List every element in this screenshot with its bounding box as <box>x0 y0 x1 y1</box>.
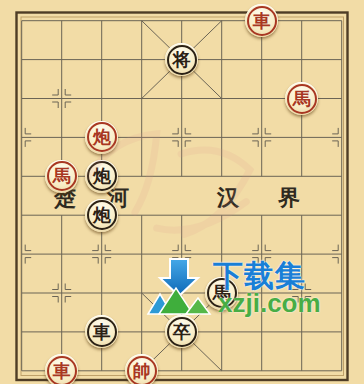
piece-glyph: 車 <box>53 361 71 379</box>
piece-ring: 炮 <box>87 200 117 230</box>
piece-red-horse[interactable]: 馬 <box>45 160 78 193</box>
piece-glyph: 帥 <box>133 361 151 379</box>
river-char-jie: 界 <box>277 185 301 209</box>
piece-glyph: 馬 <box>293 89 311 107</box>
piece-glyph: 馬 <box>53 167 71 185</box>
piece-glyph: 車 <box>253 11 271 29</box>
piece-ring: 車 <box>87 317 117 347</box>
watermark-site-url: xzji.com <box>218 288 321 319</box>
download-icon <box>146 258 212 316</box>
piece-red-chariot[interactable]: 車 <box>45 354 78 384</box>
piece-glyph: 車 <box>93 322 111 340</box>
river-char-han: 汉 <box>216 185 240 209</box>
piece-ring: 車 <box>47 356 77 384</box>
piece-ring: 帥 <box>127 356 157 384</box>
piece-ring: 卒 <box>167 317 197 347</box>
piece-glyph: 卒 <box>173 322 191 340</box>
piece-ring: 馬 <box>47 161 77 191</box>
piece-ring: 馬 <box>287 84 317 114</box>
piece-ring: 車 <box>247 6 277 36</box>
piece-red-horse[interactable]: 馬 <box>285 82 318 115</box>
piece-glyph: 炮 <box>93 128 111 146</box>
piece-ring: 炮 <box>87 161 117 191</box>
piece-glyph: 炮 <box>93 167 111 185</box>
piece-ring: 炮 <box>87 122 117 152</box>
piece-glyph: 炮 <box>93 206 111 224</box>
xiangqi-screenshot: 楚 河 汉 界 車将馬炮馬炮炮馬車卒車帥 下载集 xzji.com <box>0 0 364 384</box>
piece-red-general[interactable]: 帥 <box>125 354 158 384</box>
piece-glyph: 将 <box>173 50 191 68</box>
piece-black-cannon[interactable]: 炮 <box>85 160 118 193</box>
piece-red-cannon[interactable]: 炮 <box>85 121 118 154</box>
piece-ring: 将 <box>167 45 197 75</box>
piece-black-cannon[interactable]: 炮 <box>85 199 118 232</box>
